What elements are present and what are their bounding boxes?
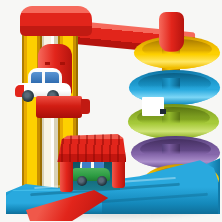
elevator-platform-handle xyxy=(81,99,90,114)
white-label-mark xyxy=(160,109,166,114)
tower-cap xyxy=(20,6,92,36)
green-car-wheel-rear xyxy=(77,176,87,186)
toy-playset-photo xyxy=(0,0,222,222)
green-car-wheel-front xyxy=(97,176,107,186)
elevator-cabin-mark2 xyxy=(60,62,65,65)
white-car-window-pillar xyxy=(42,72,45,83)
garage-roof xyxy=(56,134,126,162)
elevator-cabin-mark xyxy=(45,62,50,65)
spiral-rim-1 xyxy=(134,36,220,69)
white-car-wheel-front xyxy=(22,90,34,102)
white-car-window xyxy=(31,72,59,83)
elevator-platform xyxy=(36,96,82,118)
garage-leg-left xyxy=(60,158,73,192)
